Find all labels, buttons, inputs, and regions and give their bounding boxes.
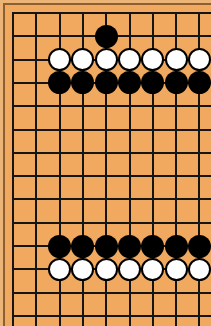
black-stone[interactable]	[165, 235, 188, 258]
black-stone[interactable]	[71, 71, 94, 94]
black-stone[interactable]	[95, 71, 118, 94]
white-stone[interactable]	[48, 48, 71, 71]
black-stone[interactable]	[48, 71, 71, 94]
white-stone[interactable]	[165, 258, 188, 281]
black-stone[interactable]	[165, 71, 188, 94]
white-stone[interactable]	[165, 48, 188, 71]
black-stone[interactable]	[95, 25, 118, 48]
black-stone[interactable]	[141, 235, 164, 258]
white-stone[interactable]	[141, 258, 164, 281]
black-stone[interactable]	[95, 235, 118, 258]
stones-layer	[0, 0, 211, 326]
black-stone[interactable]	[188, 235, 211, 258]
white-stone[interactable]	[95, 258, 118, 281]
white-stone[interactable]	[48, 258, 71, 281]
white-stone[interactable]	[118, 48, 141, 71]
black-stone[interactable]	[71, 235, 94, 258]
white-stone[interactable]	[188, 48, 211, 71]
white-stone[interactable]	[118, 258, 141, 281]
white-stone[interactable]	[141, 48, 164, 71]
white-stone[interactable]	[188, 258, 211, 281]
go-board[interactable]	[0, 0, 211, 326]
black-stone[interactable]	[118, 71, 141, 94]
black-stone[interactable]	[141, 71, 164, 94]
black-stone[interactable]	[188, 71, 211, 94]
black-stone[interactable]	[118, 235, 141, 258]
white-stone[interactable]	[71, 258, 94, 281]
white-stone[interactable]	[71, 48, 94, 71]
white-stone[interactable]	[95, 48, 118, 71]
black-stone[interactable]	[48, 235, 71, 258]
